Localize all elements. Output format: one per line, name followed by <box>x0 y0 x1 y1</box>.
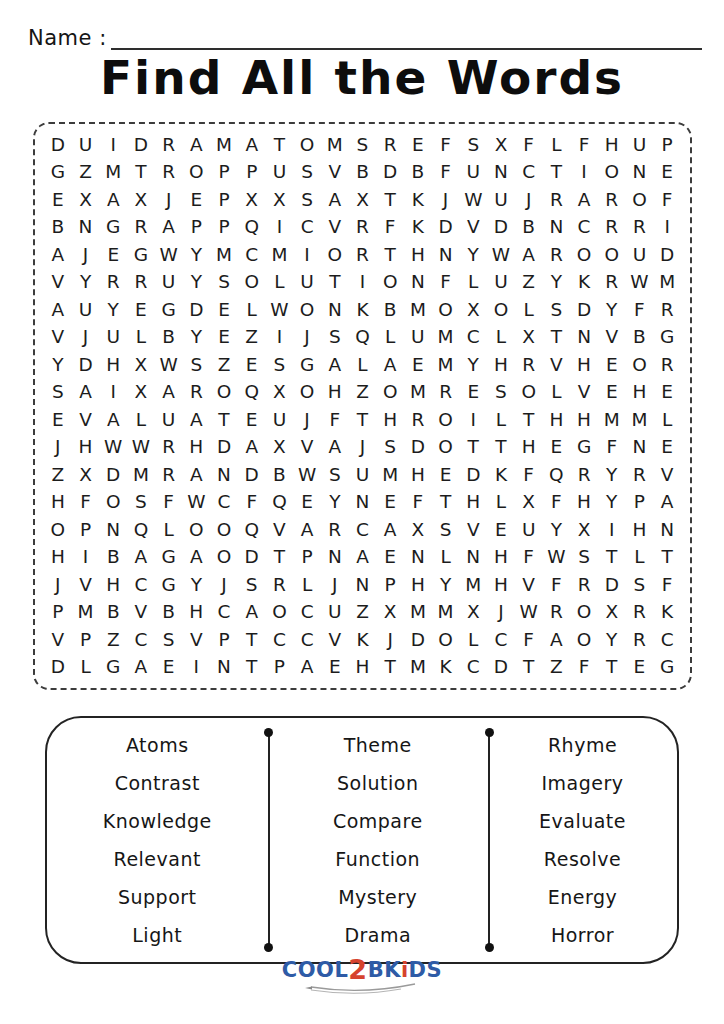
grid-cell-r19c2[interactable]: P <box>72 626 100 654</box>
grid-cell-r16c8[interactable]: D <box>238 544 266 572</box>
grid-cell-r1c2[interactable]: U <box>72 131 100 159</box>
grid-cell-r1c8[interactable]: A <box>238 131 266 159</box>
grid-cell-r16c14[interactable]: N <box>404 544 432 572</box>
grid-cell-r7c21[interactable]: Y <box>598 296 626 324</box>
grid-cell-r17c16[interactable]: M <box>459 571 487 599</box>
grid-cell-r3c17[interactable]: U <box>487 186 515 214</box>
grid-cell-r17c9[interactable]: R <box>266 571 294 599</box>
grid-cell-r1c6[interactable]: A <box>182 131 210 159</box>
grid-cell-r5c20[interactable]: O <box>570 241 598 269</box>
grid-cell-r18c1[interactable]: P <box>44 599 72 627</box>
grid-cell-r17c11[interactable]: J <box>321 571 349 599</box>
grid-cell-r13c21[interactable]: Y <box>598 461 626 489</box>
grid-cell-r12c12[interactable]: J <box>349 434 377 462</box>
grid-cell-r2c23[interactable]: E <box>653 159 681 187</box>
grid-cell-r5c17[interactable]: W <box>487 241 515 269</box>
grid-cell-r20c17[interactable]: D <box>487 654 515 682</box>
grid-cell-r9c8[interactable]: E <box>238 351 266 379</box>
grid-cell-r7c19[interactable]: S <box>543 296 571 324</box>
grid-cell-r18c18[interactable]: W <box>515 599 543 627</box>
grid-cell-r20c3[interactable]: G <box>99 654 127 682</box>
grid-cell-r15c14[interactable]: X <box>404 516 432 544</box>
grid-cell-r2c20[interactable]: I <box>570 159 598 187</box>
grid-cell-r6c6[interactable]: Y <box>182 269 210 297</box>
grid-cell-r5c8[interactable]: C <box>238 241 266 269</box>
grid-cell-r20c11[interactable]: E <box>321 654 349 682</box>
grid-cell-r3c16[interactable]: W <box>459 186 487 214</box>
grid-cell-r1c7[interactable]: M <box>210 131 238 159</box>
grid-cell-r17c14[interactable]: H <box>404 571 432 599</box>
grid-cell-r13c13[interactable]: M <box>376 461 404 489</box>
grid-cell-r12c19[interactable]: E <box>543 434 571 462</box>
grid-cell-r5c16[interactable]: Y <box>459 241 487 269</box>
grid-cell-r6c2[interactable]: Y <box>72 269 100 297</box>
grid-cell-r17c2[interactable]: V <box>72 571 100 599</box>
grid-cell-r11c21[interactable]: M <box>598 406 626 434</box>
grid-cell-r16c21[interactable]: T <box>598 544 626 572</box>
grid-cell-r3c15[interactable]: J <box>432 186 460 214</box>
grid-cell-r7c5[interactable]: G <box>155 296 183 324</box>
grid-cell-r11c19[interactable]: H <box>543 406 571 434</box>
grid-cell-r20c10[interactable]: A <box>293 654 321 682</box>
grid-cell-r8c5[interactable]: B <box>155 324 183 352</box>
grid-cell-r4c7[interactable]: P <box>210 214 238 242</box>
grid-cell-r18c17[interactable]: J <box>487 599 515 627</box>
grid-cell-r16c23[interactable]: T <box>653 544 681 572</box>
grid-cell-r18c20[interactable]: O <box>570 599 598 627</box>
grid-cell-r11c2[interactable]: V <box>72 406 100 434</box>
grid-cell-r10c15[interactable]: R <box>432 379 460 407</box>
grid-cell-r12c15[interactable]: O <box>432 434 460 462</box>
grid-cell-r3c22[interactable]: O <box>626 186 654 214</box>
grid-cell-r19c18[interactable]: F <box>515 626 543 654</box>
grid-cell-r1c5[interactable]: R <box>155 131 183 159</box>
grid-cell-r3c9[interactable]: X <box>266 186 294 214</box>
grid-cell-r15c15[interactable]: S <box>432 516 460 544</box>
grid-cell-r7c23[interactable]: R <box>653 296 681 324</box>
grid-cell-r5c21[interactable]: O <box>598 241 626 269</box>
grid-cell-r18c10[interactable]: C <box>293 599 321 627</box>
grid-cell-r11c5[interactable]: U <box>155 406 183 434</box>
grid-cell-r12c7[interactable]: D <box>210 434 238 462</box>
grid-cell-r15c8[interactable]: Q <box>238 516 266 544</box>
grid-cell-r7c6[interactable]: D <box>182 296 210 324</box>
grid-cell-r14c20[interactable]: H <box>570 489 598 517</box>
grid-cell-r7c14[interactable]: M <box>404 296 432 324</box>
grid-cell-r18c21[interactable]: X <box>598 599 626 627</box>
grid-cell-r10c22[interactable]: H <box>626 379 654 407</box>
grid-cell-r13c10[interactable]: W <box>293 461 321 489</box>
grid-cell-r20c7[interactable]: N <box>210 654 238 682</box>
grid-cell-r11c22[interactable]: M <box>626 406 654 434</box>
grid-cell-r18c5[interactable]: B <box>155 599 183 627</box>
grid-cell-r6c4[interactable]: R <box>127 269 155 297</box>
grid-cell-r17c13[interactable]: P <box>376 571 404 599</box>
grid-cell-r3c21[interactable]: R <box>598 186 626 214</box>
grid-cell-r8c6[interactable]: Y <box>182 324 210 352</box>
grid-cell-r14c15[interactable]: T <box>432 489 460 517</box>
grid-cell-r7c4[interactable]: E <box>127 296 155 324</box>
grid-cell-r19c15[interactable]: O <box>432 626 460 654</box>
grid-cell-r13c8[interactable]: D <box>238 461 266 489</box>
grid-cell-r3c4[interactable]: X <box>127 186 155 214</box>
grid-cell-r12c21[interactable]: F <box>598 434 626 462</box>
grid-cell-r2c9[interactable]: U <box>266 159 294 187</box>
grid-cell-r7c12[interactable]: K <box>349 296 377 324</box>
grid-cell-r16c6[interactable]: A <box>182 544 210 572</box>
grid-cell-r1c4[interactable]: D <box>127 131 155 159</box>
grid-cell-r6c13[interactable]: O <box>376 269 404 297</box>
grid-cell-r13c1[interactable]: Z <box>44 461 72 489</box>
grid-cell-r11c23[interactable]: L <box>653 406 681 434</box>
grid-cell-r15c17[interactable]: E <box>487 516 515 544</box>
grid-cell-r16c15[interactable]: L <box>432 544 460 572</box>
grid-cell-r8c19[interactable]: T <box>543 324 571 352</box>
grid-cell-r19c23[interactable]: C <box>653 626 681 654</box>
grid-cell-r18c9[interactable]: O <box>266 599 294 627</box>
grid-cell-r9c13[interactable]: A <box>376 351 404 379</box>
grid-cell-r3c6[interactable]: E <box>182 186 210 214</box>
grid-cell-r5c19[interactable]: R <box>543 241 571 269</box>
grid-cell-r3c18[interactable]: J <box>515 186 543 214</box>
grid-cell-r14c1[interactable]: H <box>44 489 72 517</box>
grid-cell-r7c3[interactable]: Y <box>99 296 127 324</box>
grid-cell-r13c20[interactable]: R <box>570 461 598 489</box>
grid-cell-r8c15[interactable]: M <box>432 324 460 352</box>
grid-cell-r7c15[interactable]: O <box>432 296 460 324</box>
grid-cell-r12c1[interactable]: J <box>44 434 72 462</box>
grid-cell-r19c12[interactable]: K <box>349 626 377 654</box>
grid-cell-r16c5[interactable]: G <box>155 544 183 572</box>
grid-cell-r9c12[interactable]: L <box>349 351 377 379</box>
grid-cell-r8c21[interactable]: V <box>598 324 626 352</box>
grid-cell-r15c19[interactable]: Y <box>543 516 571 544</box>
grid-cell-r3c20[interactable]: A <box>570 186 598 214</box>
grid-cell-r11c16[interactable]: I <box>459 406 487 434</box>
grid-cell-r7c11[interactable]: N <box>321 296 349 324</box>
grid-cell-r15c9[interactable]: V <box>266 516 294 544</box>
grid-cell-r4c12[interactable]: R <box>349 214 377 242</box>
grid-cell-r10c7[interactable]: O <box>210 379 238 407</box>
grid-cell-r19c10[interactable]: C <box>293 626 321 654</box>
grid-cell-r11c6[interactable]: A <box>182 406 210 434</box>
grid-cell-r10c20[interactable]: V <box>570 379 598 407</box>
grid-cell-r14c14[interactable]: F <box>404 489 432 517</box>
grid-cell-r12c5[interactable]: R <box>155 434 183 462</box>
grid-cell-r6c14[interactable]: N <box>404 269 432 297</box>
grid-cell-r2c16[interactable]: U <box>459 159 487 187</box>
grid-cell-r13c17[interactable]: K <box>487 461 515 489</box>
grid-cell-r1c16[interactable]: S <box>459 131 487 159</box>
grid-cell-r4c18[interactable]: B <box>515 214 543 242</box>
grid-cell-r20c4[interactable]: A <box>127 654 155 682</box>
grid-cell-r14c11[interactable]: Y <box>321 489 349 517</box>
grid-cell-r9c11[interactable]: A <box>321 351 349 379</box>
grid-cell-r6c5[interactable]: U <box>155 269 183 297</box>
grid-cell-r10c19[interactable]: L <box>543 379 571 407</box>
grid-cell-r17c4[interactable]: C <box>127 571 155 599</box>
grid-cell-r18c22[interactable]: R <box>626 599 654 627</box>
grid-cell-r1c20[interactable]: F <box>570 131 598 159</box>
grid-cell-r3c7[interactable]: P <box>210 186 238 214</box>
grid-cell-r5c3[interactable]: E <box>99 241 127 269</box>
grid-cell-r18c11[interactable]: U <box>321 599 349 627</box>
grid-cell-r8c3[interactable]: U <box>99 324 127 352</box>
grid-cell-r20c16[interactable]: C <box>459 654 487 682</box>
grid-cell-r18c8[interactable]: A <box>238 599 266 627</box>
grid-cell-r3c11[interactable]: A <box>321 186 349 214</box>
grid-cell-r12c6[interactable]: H <box>182 434 210 462</box>
grid-cell-r8c9[interactable]: I <box>266 324 294 352</box>
grid-cell-r8c13[interactable]: L <box>376 324 404 352</box>
grid-cell-r20c15[interactable]: K <box>432 654 460 682</box>
grid-cell-r10c2[interactable]: A <box>72 379 100 407</box>
grid-cell-r9c7[interactable]: Z <box>210 351 238 379</box>
grid-cell-r18c12[interactable]: Z <box>349 599 377 627</box>
grid-cell-r10c21[interactable]: E <box>598 379 626 407</box>
grid-cell-r20c22[interactable]: E <box>626 654 654 682</box>
grid-cell-r11c17[interactable]: L <box>487 406 515 434</box>
grid-cell-r9c1[interactable]: Y <box>44 351 72 379</box>
grid-cell-r15c22[interactable]: H <box>626 516 654 544</box>
grid-cell-r6c7[interactable]: S <box>210 269 238 297</box>
grid-cell-r14c13[interactable]: E <box>376 489 404 517</box>
grid-cell-r3c19[interactable]: R <box>543 186 571 214</box>
grid-cell-r19c16[interactable]: L <box>459 626 487 654</box>
grid-cell-r14c10[interactable]: E <box>293 489 321 517</box>
grid-cell-r20c9[interactable]: P <box>266 654 294 682</box>
grid-cell-r17c10[interactable]: L <box>293 571 321 599</box>
grid-cell-r2c2[interactable]: Z <box>72 159 100 187</box>
grid-cell-r6c8[interactable]: O <box>238 269 266 297</box>
grid-cell-r8c7[interactable]: E <box>210 324 238 352</box>
grid-cell-r8c8[interactable]: Z <box>238 324 266 352</box>
grid-cell-r5c2[interactable]: J <box>72 241 100 269</box>
grid-cell-r13c23[interactable]: V <box>653 461 681 489</box>
grid-cell-r7c1[interactable]: A <box>44 296 72 324</box>
grid-cell-r15c21[interactable]: I <box>598 516 626 544</box>
grid-cell-r11c20[interactable]: H <box>570 406 598 434</box>
grid-cell-r3c8[interactable]: X <box>238 186 266 214</box>
grid-cell-r7c17[interactable]: O <box>487 296 515 324</box>
grid-cell-r2c4[interactable]: T <box>127 159 155 187</box>
grid-cell-r5c14[interactable]: H <box>404 241 432 269</box>
grid-cell-r16c18[interactable]: F <box>515 544 543 572</box>
grid-cell-r13c11[interactable]: S <box>321 461 349 489</box>
grid-cell-r6c15[interactable]: F <box>432 269 460 297</box>
grid-cell-r12c18[interactable]: H <box>515 434 543 462</box>
grid-cell-r10c1[interactable]: S <box>44 379 72 407</box>
grid-cell-r18c23[interactable]: K <box>653 599 681 627</box>
grid-cell-r4c13[interactable]: F <box>376 214 404 242</box>
grid-cell-r18c2[interactable]: M <box>72 599 100 627</box>
grid-cell-r1c13[interactable]: R <box>376 131 404 159</box>
grid-cell-r4c23[interactable]: I <box>653 214 681 242</box>
grid-cell-r10c18[interactable]: O <box>515 379 543 407</box>
grid-cell-r20c19[interactable]: Z <box>543 654 571 682</box>
grid-cell-r5c23[interactable]: D <box>653 241 681 269</box>
grid-cell-r17c7[interactable]: J <box>210 571 238 599</box>
grid-cell-r1c11[interactable]: M <box>321 131 349 159</box>
grid-cell-r6c21[interactable]: R <box>598 269 626 297</box>
grid-cell-r15c18[interactable]: U <box>515 516 543 544</box>
grid-cell-r18c15[interactable]: M <box>432 599 460 627</box>
grid-cell-r8c10[interactable]: J <box>293 324 321 352</box>
grid-cell-r13c14[interactable]: H <box>404 461 432 489</box>
grid-cell-r10c5[interactable]: A <box>155 379 183 407</box>
grid-cell-r5c13[interactable]: T <box>376 241 404 269</box>
grid-cell-r20c5[interactable]: E <box>155 654 183 682</box>
grid-cell-r14c6[interactable]: W <box>182 489 210 517</box>
grid-cell-r17c1[interactable]: J <box>44 571 72 599</box>
grid-cell-r10c12[interactable]: Z <box>349 379 377 407</box>
grid-cell-r17c12[interactable]: N <box>349 571 377 599</box>
grid-cell-r18c16[interactable]: X <box>459 599 487 627</box>
grid-cell-r13c5[interactable]: R <box>155 461 183 489</box>
grid-cell-r14c8[interactable]: F <box>238 489 266 517</box>
grid-cell-r18c14[interactable]: M <box>404 599 432 627</box>
grid-cell-r17c8[interactable]: S <box>238 571 266 599</box>
grid-cell-r6c20[interactable]: K <box>570 269 598 297</box>
grid-cell-r10c14[interactable]: M <box>404 379 432 407</box>
grid-cell-r15c1[interactable]: O <box>44 516 72 544</box>
grid-cell-r13c7[interactable]: N <box>210 461 238 489</box>
grid-cell-r6c11[interactable]: T <box>321 269 349 297</box>
grid-cell-r16c4[interactable]: A <box>127 544 155 572</box>
grid-cell-r5c7[interactable]: M <box>210 241 238 269</box>
grid-cell-r10c16[interactable]: E <box>459 379 487 407</box>
grid-cell-r3c3[interactable]: A <box>99 186 127 214</box>
grid-cell-r4c1[interactable]: B <box>44 214 72 242</box>
grid-cell-r13c3[interactable]: D <box>99 461 127 489</box>
grid-cell-r9c21[interactable]: E <box>598 351 626 379</box>
grid-cell-r12c11[interactable]: A <box>321 434 349 462</box>
grid-cell-r16c1[interactable]: H <box>44 544 72 572</box>
grid-cell-r2c14[interactable]: B <box>404 159 432 187</box>
grid-cell-r12c16[interactable]: T <box>459 434 487 462</box>
grid-cell-r2c10[interactable]: S <box>293 159 321 187</box>
grid-cell-r19c5[interactable]: S <box>155 626 183 654</box>
grid-cell-r9c17[interactable]: H <box>487 351 515 379</box>
grid-cell-r15c11[interactable]: R <box>321 516 349 544</box>
grid-cell-r6c19[interactable]: Y <box>543 269 571 297</box>
grid-cell-r2c5[interactable]: R <box>155 159 183 187</box>
grid-cell-r9c10[interactable]: G <box>293 351 321 379</box>
grid-cell-r11c18[interactable]: T <box>515 406 543 434</box>
grid-cell-r19c19[interactable]: A <box>543 626 571 654</box>
grid-cell-r19c8[interactable]: T <box>238 626 266 654</box>
grid-cell-r8c2[interactable]: J <box>72 324 100 352</box>
grid-cell-r20c8[interactable]: T <box>238 654 266 682</box>
grid-cell-r4c17[interactable]: D <box>487 214 515 242</box>
grid-cell-r5c12[interactable]: R <box>349 241 377 269</box>
grid-cell-r3c23[interactable]: F <box>653 186 681 214</box>
grid-cell-r16c13[interactable]: E <box>376 544 404 572</box>
grid-cell-r6c22[interactable]: W <box>626 269 654 297</box>
grid-cell-r16c12[interactable]: A <box>349 544 377 572</box>
grid-cell-r1c14[interactable]: E <box>404 131 432 159</box>
grid-cell-r17c17[interactable]: H <box>487 571 515 599</box>
grid-cell-r10c9[interactable]: X <box>266 379 294 407</box>
grid-cell-r10c23[interactable]: E <box>653 379 681 407</box>
grid-cell-r14c23[interactable]: A <box>653 489 681 517</box>
grid-cell-r14c21[interactable]: Y <box>598 489 626 517</box>
grid-cell-r12c20[interactable]: G <box>570 434 598 462</box>
grid-cell-r6c3[interactable]: R <box>99 269 127 297</box>
grid-cell-r16c16[interactable]: N <box>459 544 487 572</box>
grid-cell-r3c2[interactable]: X <box>72 186 100 214</box>
grid-cell-r8c1[interactable]: V <box>44 324 72 352</box>
grid-cell-r2c21[interactable]: O <box>598 159 626 187</box>
grid-cell-r17c3[interactable]: H <box>99 571 127 599</box>
grid-cell-r14c19[interactable]: F <box>543 489 571 517</box>
grid-cell-r4c8[interactable]: Q <box>238 214 266 242</box>
grid-cell-r12c23[interactable]: E <box>653 434 681 462</box>
grid-cell-r20c1[interactable]: D <box>44 654 72 682</box>
grid-cell-r7c9[interactable]: W <box>266 296 294 324</box>
grid-cell-r4c19[interactable]: N <box>543 214 571 242</box>
grid-cell-r7c2[interactable]: U <box>72 296 100 324</box>
grid-cell-r2c15[interactable]: F <box>432 159 460 187</box>
grid-cell-r10c17[interactable]: S <box>487 379 515 407</box>
grid-cell-r5c11[interactable]: O <box>321 241 349 269</box>
grid-cell-r6c9[interactable]: L <box>266 269 294 297</box>
name-input-line[interactable] <box>111 24 702 50</box>
grid-cell-r15c16[interactable]: V <box>459 516 487 544</box>
grid-cell-r3c1[interactable]: E <box>44 186 72 214</box>
grid-cell-r9c16[interactable]: Y <box>459 351 487 379</box>
grid-cell-r17c15[interactable]: Y <box>432 571 460 599</box>
grid-cell-r16c7[interactable]: O <box>210 544 238 572</box>
grid-cell-r15c7[interactable]: O <box>210 516 238 544</box>
grid-cell-r5c15[interactable]: N <box>432 241 460 269</box>
grid-cell-r6c10[interactable]: U <box>293 269 321 297</box>
grid-cell-r16c20[interactable]: S <box>570 544 598 572</box>
grid-cell-r16c2[interactable]: I <box>72 544 100 572</box>
grid-cell-r13c22[interactable]: R <box>626 461 654 489</box>
grid-cell-r9c2[interactable]: D <box>72 351 100 379</box>
grid-cell-r9c3[interactable]: H <box>99 351 127 379</box>
grid-cell-r16c22[interactable]: L <box>626 544 654 572</box>
grid-cell-r14c7[interactable]: C <box>210 489 238 517</box>
grid-cell-r4c22[interactable]: R <box>626 214 654 242</box>
grid-cell-r11c1[interactable]: E <box>44 406 72 434</box>
grid-cell-r1c10[interactable]: O <box>293 131 321 159</box>
grid-cell-r7c16[interactable]: X <box>459 296 487 324</box>
grid-cell-r6c18[interactable]: Z <box>515 269 543 297</box>
grid-cell-r11c10[interactable]: J <box>293 406 321 434</box>
grid-cell-r17c19[interactable]: F <box>543 571 571 599</box>
grid-cell-r14c17[interactable]: L <box>487 489 515 517</box>
grid-cell-r12c10[interactable]: V <box>293 434 321 462</box>
grid-cell-r5c5[interactable]: W <box>155 241 183 269</box>
grid-cell-r8c17[interactable]: L <box>487 324 515 352</box>
grid-cell-r8c14[interactable]: U <box>404 324 432 352</box>
grid-cell-r8c12[interactable]: Q <box>349 324 377 352</box>
grid-cell-r4c2[interactable]: N <box>72 214 100 242</box>
grid-cell-r9c14[interactable]: E <box>404 351 432 379</box>
grid-cell-r13c16[interactable]: D <box>459 461 487 489</box>
grid-cell-r15c23[interactable]: N <box>653 516 681 544</box>
grid-cell-r11c9[interactable]: U <box>266 406 294 434</box>
grid-cell-r8c4[interactable]: L <box>127 324 155 352</box>
grid-cell-r13c2[interactable]: X <box>72 461 100 489</box>
grid-cell-r12c9[interactable]: X <box>266 434 294 462</box>
grid-cell-r10c6[interactable]: R <box>182 379 210 407</box>
grid-cell-r19c9[interactable]: C <box>266 626 294 654</box>
grid-cell-r9c5[interactable]: W <box>155 351 183 379</box>
grid-cell-r9c20[interactable]: H <box>570 351 598 379</box>
